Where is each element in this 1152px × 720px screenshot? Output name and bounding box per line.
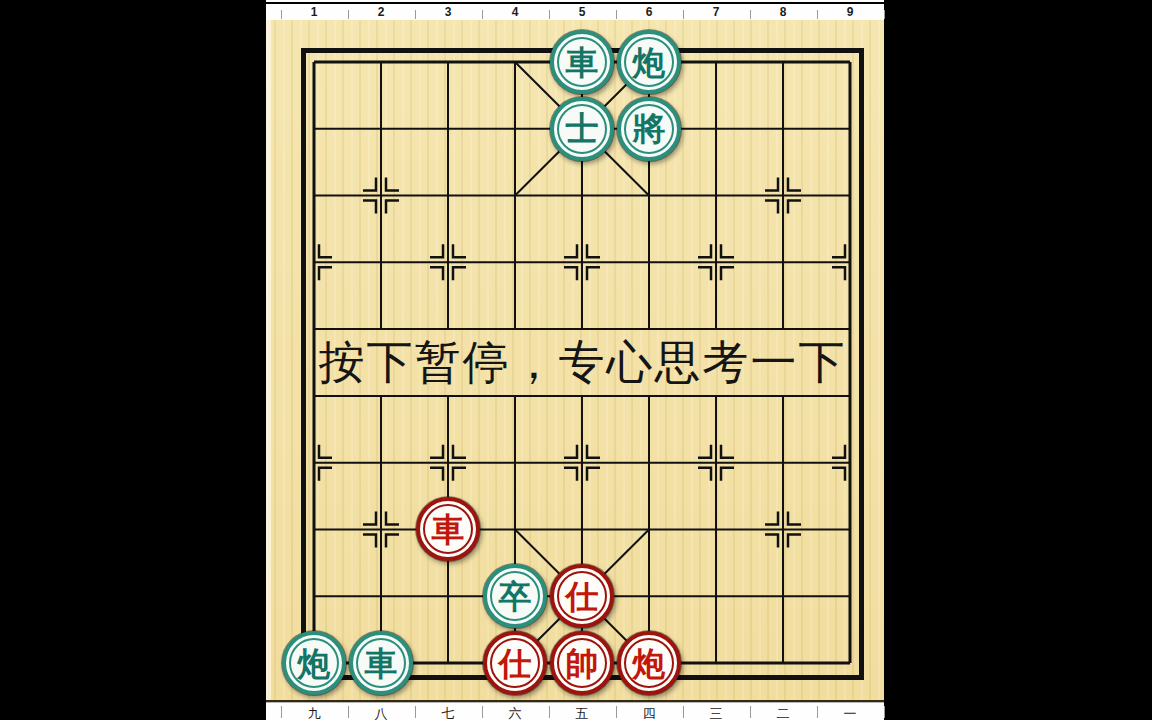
file-label: 5 [562,5,602,19]
file-label: 七 [428,705,468,720]
file-label: 3 [428,5,468,19]
piece-inner-ring: 車 [423,504,473,554]
piece-black-chariot[interactable]: 車 [349,631,413,695]
piece-black-cannon[interactable]: 炮 [617,30,681,94]
file-label: 一 [830,705,870,720]
board-area: 123456789 按下暂停，专心思考一下 車炮士將車卒仕炮車仕帥炮 九八七六五… [266,0,884,720]
piece-red-cannon[interactable]: 炮 [617,631,681,695]
ruler-tick [549,10,550,19]
piece-character: 炮 [298,647,331,680]
piece-inner-ring: 車 [356,638,406,688]
ruler-tick [281,706,282,718]
piece-character: 卒 [499,580,532,613]
ruler-tick [482,706,483,718]
piece-character: 仕 [566,580,599,613]
file-label: 五 [562,705,602,720]
file-label: 四 [629,705,669,720]
ruler-tick [884,706,885,718]
ruler-tick [750,706,751,718]
file-label: 8 [763,5,803,19]
file-label: 九 [294,705,334,720]
ruler-tick [750,10,751,19]
piece-character: 車 [432,513,465,546]
ruler-tick [683,706,684,718]
ruler-tick [348,706,349,718]
ruler-tick [616,10,617,19]
piece-inner-ring: 仕 [557,571,607,621]
ruler-tick [817,10,818,19]
piece-character: 車 [365,647,398,680]
piece-character: 士 [566,112,599,145]
file-label: 二 [763,705,803,720]
piece-character: 炮 [633,647,666,680]
piece-red-advisor[interactable]: 仕 [550,564,614,628]
piece-inner-ring: 炮 [624,37,674,87]
piece-inner-ring: 炮 [624,638,674,688]
piece-black-soldier[interactable]: 卒 [483,564,547,628]
stage: 123456789 按下暂停，专心思考一下 車炮士將車卒仕炮車仕帥炮 九八七六五… [0,0,1152,720]
piece-character: 炮 [633,46,666,79]
file-label: 9 [830,5,870,19]
ruler-tick [683,10,684,19]
ruler-tick [616,706,617,718]
piece-inner-ring: 炮 [289,638,339,688]
ruler-tick [348,10,349,19]
piece-red-chariot[interactable]: 車 [416,497,480,561]
piece-inner-ring: 仕 [490,638,540,688]
piece-black-chariot[interactable]: 車 [550,30,614,94]
piece-black-advisor[interactable]: 士 [550,97,614,161]
file-label: 八 [361,705,401,720]
piece-black-cannon[interactable]: 炮 [282,631,346,695]
ruler-tick [884,10,885,19]
board[interactable]: 按下暂停，专心思考一下 車炮士將車卒仕炮車仕帥炮 [266,20,884,702]
file-label: 4 [495,5,535,19]
piece-character: 將 [633,112,666,145]
river-pause-text: 按下暂停，专心思考一下 [303,330,862,396]
ruler-tick [281,10,282,19]
piece-inner-ring: 將 [624,104,674,154]
file-label: 1 [294,5,334,19]
piece-character: 車 [566,46,599,79]
piece-inner-ring: 士 [557,104,607,154]
piece-black-general[interactable]: 將 [617,97,681,161]
file-label: 7 [696,5,736,19]
ruler-tick [549,706,550,718]
file-label: 六 [495,705,535,720]
piece-character: 仕 [499,647,532,680]
piece-inner-ring: 車 [557,37,607,87]
ruler-tick [415,706,416,718]
piece-character: 帥 [566,647,599,680]
piece-red-advisor[interactable]: 仕 [483,631,547,695]
ruler-tick [482,10,483,19]
piece-inner-ring: 帥 [557,638,607,688]
ruler-tick [817,706,818,718]
file-label: 三 [696,705,736,720]
ruler-tick [415,10,416,19]
top-coordinate-ruler: 123456789 [266,0,884,20]
bottom-coordinate-ruler: 九八七六五四三二一 [266,702,884,720]
file-label: 6 [629,5,669,19]
piece-inner-ring: 卒 [490,571,540,621]
piece-red-general[interactable]: 帥 [550,631,614,695]
file-label: 2 [361,5,401,19]
